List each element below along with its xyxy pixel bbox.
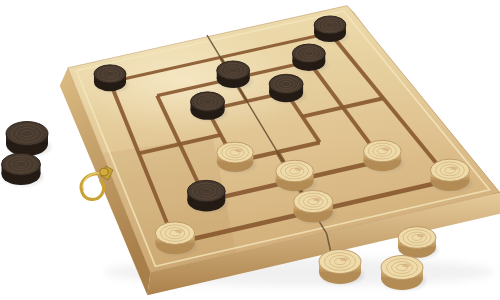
piece-dark-b2[interactable] bbox=[187, 180, 228, 212]
piece-light-d2[interactable] bbox=[276, 160, 317, 192]
scene bbox=[0, 0, 500, 300]
piece-light-c3[interactable] bbox=[217, 142, 256, 173]
piece-dark-off-2[interactable] bbox=[2, 153, 44, 186]
nine-mens-morris-board bbox=[0, 0, 500, 300]
piece-light-d1[interactable] bbox=[294, 190, 336, 223]
piece-light-off-3[interactable] bbox=[381, 256, 426, 291]
piece-dark-e5[interactable] bbox=[269, 74, 306, 103]
piece-dark-c5[interactable] bbox=[190, 92, 227, 121]
piece-light-f2[interactable] bbox=[363, 140, 403, 172]
piece-dark-g7[interactable] bbox=[314, 16, 348, 43]
piece-light-off-1[interactable] bbox=[398, 227, 439, 259]
piece-light-g1[interactable] bbox=[430, 159, 472, 192]
piece-light-a1[interactable] bbox=[155, 222, 197, 255]
piece-dark-a7[interactable] bbox=[94, 65, 129, 92]
piece-dark-off-1[interactable] bbox=[6, 122, 51, 157]
piece-dark-d6[interactable] bbox=[217, 61, 253, 89]
piece-dark-f6[interactable] bbox=[292, 44, 328, 72]
piece-light-off-2[interactable] bbox=[319, 250, 364, 285]
